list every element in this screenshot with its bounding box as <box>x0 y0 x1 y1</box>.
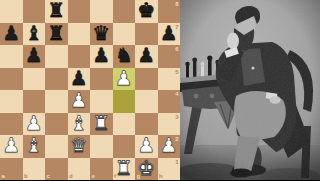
square-f2[interactable] <box>113 135 136 158</box>
square-g7[interactable] <box>135 23 158 46</box>
file-label-c: c <box>47 173 50 179</box>
black-knight-f6: ♞ <box>115 45 133 65</box>
square-b3[interactable]: ♟ <box>23 113 46 136</box>
square-d4[interactable]: ♟ <box>68 90 91 113</box>
square-a5[interactable] <box>0 68 23 91</box>
square-e6[interactable]: ♟ <box>90 45 113 68</box>
square-d2[interactable]: ♛ <box>68 135 91 158</box>
square-e4[interactable] <box>90 90 113 113</box>
black-pawn-b6: ♟ <box>25 45 43 65</box>
black-pawn-d5: ♟ <box>70 68 88 88</box>
square-a7[interactable]: ♟ <box>0 23 23 46</box>
square-d3[interactable]: ♝ <box>68 113 91 136</box>
square-b5[interactable] <box>23 68 46 91</box>
rank-label-8: 8 <box>175 1 178 7</box>
square-f5[interactable]: ♟ <box>113 68 136 91</box>
square-f1[interactable]: f♜ <box>113 158 136 181</box>
black-queen-e7: ♛ <box>92 23 110 43</box>
square-a6[interactable] <box>0 45 23 68</box>
square-h1[interactable]: 1h <box>158 158 181 181</box>
white-pawn-g2: ♟ <box>137 135 155 155</box>
square-b1[interactable]: b <box>23 158 46 181</box>
black-pawn-h7: ♟ <box>160 23 178 43</box>
square-c5[interactable] <box>45 68 68 91</box>
square-d1[interactable]: d <box>68 158 91 181</box>
square-c6[interactable] <box>45 45 68 68</box>
square-b7[interactable]: ♝ <box>23 23 46 46</box>
square-a1[interactable]: a <box>0 158 23 181</box>
black-pawn-g6: ♟ <box>137 45 155 65</box>
white-king-g1: ♚ <box>137 158 155 178</box>
square-d6[interactable] <box>68 45 91 68</box>
screenshot: ♜♚8♟♝♜♛7♟♟♟♞♟6♟♟5♟4♟♝♜3♟♝♛♟2♟abcdef♜g♚1h <box>0 0 320 180</box>
square-c8[interactable]: ♜ <box>45 0 68 23</box>
chess-board[interactable]: ♜♚8♟♝♜♛7♟♟♟♞♟6♟♟5♟4♟♝♜3♟♝♛♟2♟abcdef♜g♚1h <box>0 0 180 180</box>
white-pawn-h2: ♟ <box>160 135 178 155</box>
square-b6[interactable]: ♟ <box>23 45 46 68</box>
rank-label-2: 2 <box>175 136 178 142</box>
square-h4[interactable]: 4 <box>158 90 181 113</box>
square-a4[interactable] <box>0 90 23 113</box>
white-pawn-d4: ♟ <box>70 90 88 110</box>
square-e3[interactable]: ♜ <box>90 113 113 136</box>
square-g1[interactable]: g♚ <box>135 158 158 181</box>
rank-label-6: 6 <box>175 46 178 52</box>
square-d7[interactable] <box>68 23 91 46</box>
square-e7[interactable]: ♛ <box>90 23 113 46</box>
white-pawn-b3: ♟ <box>25 113 43 133</box>
square-h6[interactable]: 6 <box>158 45 181 68</box>
square-f4[interactable] <box>113 90 136 113</box>
square-e1[interactable]: e <box>90 158 113 181</box>
square-h7[interactable]: 7♟ <box>158 23 181 46</box>
black-king-g8: ♚ <box>137 0 155 20</box>
rank-label-5: 5 <box>175 69 178 75</box>
square-h8[interactable]: 8 <box>158 0 181 23</box>
rank-label-7: 7 <box>175 24 178 30</box>
rank-label-1: 1 <box>175 159 178 165</box>
white-rook-f1: ♜ <box>115 158 133 178</box>
square-g8[interactable]: ♚ <box>135 0 158 23</box>
black-rook-c8: ♜ <box>47 0 65 20</box>
square-c4[interactable] <box>45 90 68 113</box>
white-bishop-d3: ♝ <box>70 113 88 133</box>
square-c1[interactable]: c <box>45 158 68 181</box>
square-a3[interactable] <box>0 113 23 136</box>
square-g2[interactable]: ♟ <box>135 135 158 158</box>
square-b4[interactable] <box>23 90 46 113</box>
square-e5[interactable] <box>90 68 113 91</box>
square-h2[interactable]: 2♟ <box>158 135 181 158</box>
square-a2[interactable]: ♟ <box>0 135 23 158</box>
file-label-b: b <box>24 173 28 179</box>
white-pawn-f5: ♟ <box>115 68 133 88</box>
black-pawn-a7: ♟ <box>2 23 20 43</box>
black-rook-c7: ♜ <box>47 23 65 43</box>
file-label-a: a <box>2 173 5 179</box>
black-pawn-e6: ♟ <box>92 45 110 65</box>
file-label-h: h <box>159 173 163 179</box>
square-e2[interactable] <box>90 135 113 158</box>
square-f6[interactable]: ♞ <box>113 45 136 68</box>
vignette <box>180 0 320 180</box>
rank-label-3: 3 <box>175 114 178 120</box>
square-b8[interactable] <box>23 0 46 23</box>
square-f7[interactable] <box>113 23 136 46</box>
square-d5[interactable]: ♟ <box>68 68 91 91</box>
square-f3[interactable] <box>113 113 136 136</box>
square-h3[interactable]: 3 <box>158 113 181 136</box>
square-g6[interactable]: ♟ <box>135 45 158 68</box>
white-rook-e3: ♜ <box>92 113 110 133</box>
square-c7[interactable]: ♜ <box>45 23 68 46</box>
rank-label-4: 4 <box>175 91 178 97</box>
player-photo <box>180 0 320 180</box>
white-pawn-a2: ♟ <box>2 135 20 155</box>
white-bishop-b2: ♝ <box>25 135 43 155</box>
white-queen-d2: ♛ <box>70 135 88 155</box>
file-label-f: f <box>114 173 116 179</box>
file-label-d: d <box>69 173 73 179</box>
square-e8[interactable] <box>90 0 113 23</box>
square-g4[interactable] <box>135 90 158 113</box>
square-g3[interactable] <box>135 113 158 136</box>
square-h5[interactable]: 5 <box>158 68 181 91</box>
square-a8[interactable] <box>0 0 23 23</box>
square-b2[interactable]: ♝ <box>23 135 46 158</box>
player-photo-illustration <box>180 0 320 180</box>
square-f8[interactable] <box>113 0 136 23</box>
square-d8[interactable] <box>68 0 91 23</box>
file-label-e: e <box>92 173 95 179</box>
file-label-g: g <box>137 173 141 179</box>
square-c2[interactable] <box>45 135 68 158</box>
square-c3[interactable] <box>45 113 68 136</box>
black-bishop-b7: ♝ <box>25 23 43 43</box>
square-g5[interactable] <box>135 68 158 91</box>
